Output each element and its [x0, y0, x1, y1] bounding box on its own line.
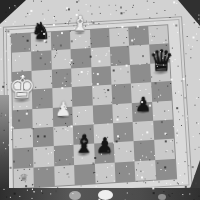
- square-c6[interactable]: [52, 68, 72, 88]
- square-d5[interactable]: [72, 86, 92, 106]
- square-a2[interactable]: [13, 147, 34, 168]
- square-a3[interactable]: [13, 128, 33, 149]
- piece-black-bishop-d2[interactable]: ♝: [73, 132, 95, 157]
- piece-black-pawn-g4[interactable]: ♟: [135, 95, 152, 114]
- piece-black-pawn-e2[interactable]: ♟: [95, 135, 113, 156]
- square-g8[interactable]: [128, 26, 148, 46]
- square-e4[interactable]: [92, 104, 113, 124]
- square-c3[interactable]: [53, 126, 74, 147]
- film-grain: [0, 0, 1, 1]
- photo-bottom-band: [0, 188, 200, 200]
- square-h5[interactable]: [151, 81, 172, 101]
- foreground-object-grey: [69, 191, 81, 200]
- square-b3[interactable]: [33, 127, 53, 148]
- square-f8[interactable]: [109, 28, 129, 48]
- square-d6[interactable]: [71, 67, 91, 87]
- square-f2[interactable]: [114, 141, 135, 162]
- square-a8[interactable]: [12, 33, 32, 53]
- square-e1[interactable]: [94, 162, 115, 183]
- square-f7[interactable]: [110, 46, 130, 66]
- square-h3[interactable]: [153, 119, 174, 140]
- square-f4[interactable]: [112, 103, 133, 123]
- square-b1[interactable]: [34, 166, 55, 187]
- square-g7[interactable]: [129, 45, 150, 65]
- square-g1[interactable]: [135, 160, 156, 181]
- square-d7[interactable]: [71, 48, 91, 68]
- square-b4[interactable]: [33, 107, 53, 128]
- board-emblem: ♛: [19, 173, 28, 183]
- square-e5[interactable]: [92, 85, 113, 105]
- square-c1[interactable]: [54, 165, 75, 186]
- chessboard-photo: ♛ ♞♝♛♚♟♟♝♟: [0, 0, 200, 200]
- chess-board: ♛ ♞♝♛♚♟♟♝♟: [3, 16, 193, 200]
- square-f1[interactable]: [115, 161, 136, 182]
- piece-black-knight-b8[interactable]: ♞: [30, 19, 52, 42]
- square-a4[interactable]: [13, 109, 33, 130]
- square-d4[interactable]: [72, 105, 93, 126]
- photo-corner-shadow-top-left: [0, 0, 26, 24]
- square-f5[interactable]: [111, 84, 132, 104]
- square-a1[interactable]: ♛: [14, 167, 35, 188]
- square-h2[interactable]: [154, 139, 175, 160]
- square-e6[interactable]: [91, 66, 111, 86]
- square-h1[interactable]: [155, 159, 176, 180]
- square-c7[interactable]: [51, 50, 71, 70]
- square-b2[interactable]: [33, 146, 54, 167]
- square-c2[interactable]: [54, 145, 75, 166]
- piece-black-queen-h6[interactable]: ♛: [149, 46, 174, 75]
- square-h4[interactable]: [152, 100, 173, 120]
- square-f6[interactable]: [111, 65, 132, 85]
- square-h8[interactable]: [148, 25, 168, 45]
- square-d1[interactable]: [74, 163, 95, 184]
- square-e7[interactable]: [90, 47, 110, 67]
- square-g2[interactable]: [134, 140, 155, 161]
- foreground-object-white: [98, 190, 113, 200]
- square-e8[interactable]: [90, 29, 110, 49]
- square-g3[interactable]: [133, 121, 154, 142]
- square-c8[interactable]: [51, 31, 71, 51]
- square-f3[interactable]: [113, 122, 134, 143]
- square-b7[interactable]: [32, 51, 52, 71]
- piece-white-king-a5[interactable]: ♚: [8, 72, 36, 103]
- foreground-object-small: [158, 194, 166, 200]
- piece-white-pawn-c4[interactable]: ♟: [54, 99, 71, 118]
- square-g6[interactable]: [130, 64, 151, 84]
- piece-white-bishop-d8[interactable]: ♝: [71, 14, 90, 34]
